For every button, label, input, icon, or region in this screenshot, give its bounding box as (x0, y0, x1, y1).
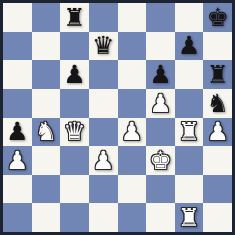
square-g2[interactable] (175, 175, 204, 204)
square-g7[interactable]: ♟ (175, 32, 204, 61)
square-f4[interactable] (146, 118, 175, 147)
piece-white-knight[interactable]: ♞ (35, 119, 57, 144)
square-e3[interactable] (118, 146, 147, 175)
square-g5[interactable] (175, 89, 204, 118)
square-h4[interactable]: ♟ (203, 118, 232, 147)
piece-black-pawn[interactable]: ♟ (149, 62, 171, 87)
piece-white-king[interactable]: ♚ (149, 148, 171, 173)
square-b2[interactable] (32, 175, 61, 204)
piece-white-pawn[interactable]: ♟ (206, 119, 228, 144)
square-f2[interactable] (146, 175, 175, 204)
square-c3[interactable] (60, 146, 89, 175)
piece-white-pawn[interactable]: ♟ (92, 148, 114, 173)
square-h3[interactable] (203, 146, 232, 175)
piece-black-rook[interactable]: ♜ (63, 5, 85, 30)
square-c5[interactable] (60, 89, 89, 118)
square-f7[interactable] (146, 32, 175, 61)
square-b4[interactable]: ♞ (32, 118, 61, 147)
square-a4[interactable]: ♟ (3, 118, 32, 147)
square-e4[interactable]: ♟ (118, 118, 147, 147)
square-c1[interactable] (60, 203, 89, 232)
square-b5[interactable] (32, 89, 61, 118)
square-a6[interactable] (3, 60, 32, 89)
square-a8[interactable] (3, 3, 32, 32)
square-b7[interactable] (32, 32, 61, 61)
square-g3[interactable] (175, 146, 204, 175)
square-b3[interactable] (32, 146, 61, 175)
piece-black-pawn[interactable]: ♟ (63, 62, 85, 87)
square-c4[interactable]: ♛ (60, 118, 89, 147)
square-e7[interactable] (118, 32, 147, 61)
piece-white-pawn[interactable]: ♟ (121, 119, 143, 144)
piece-white-rook[interactable]: ♜ (178, 205, 200, 230)
square-f6[interactable]: ♟ (146, 60, 175, 89)
piece-black-king[interactable]: ♚ (206, 5, 228, 30)
square-d7[interactable]: ♛ (89, 32, 118, 61)
square-b1[interactable] (32, 203, 61, 232)
square-e1[interactable] (118, 203, 147, 232)
piece-white-pawn[interactable]: ♟ (149, 91, 171, 116)
square-c7[interactable] (60, 32, 89, 61)
square-d1[interactable] (89, 203, 118, 232)
piece-black-pawn[interactable]: ♟ (178, 33, 200, 58)
piece-black-queen[interactable]: ♛ (92, 33, 114, 58)
square-e6[interactable] (118, 60, 147, 89)
square-f8[interactable] (146, 3, 175, 32)
square-a5[interactable] (3, 89, 32, 118)
square-g6[interactable] (175, 60, 204, 89)
square-c2[interactable] (60, 175, 89, 204)
square-h8[interactable]: ♚ (203, 3, 232, 32)
square-b6[interactable] (32, 60, 61, 89)
square-h5[interactable]: ♞ (203, 89, 232, 118)
square-h1[interactable] (203, 203, 232, 232)
piece-white-rook[interactable]: ♜ (178, 119, 200, 144)
square-e8[interactable] (118, 3, 147, 32)
square-a3[interactable]: ♟ (3, 146, 32, 175)
square-d4[interactable] (89, 118, 118, 147)
piece-black-knight[interactable]: ♞ (206, 91, 228, 116)
square-b8[interactable] (32, 3, 61, 32)
square-h6[interactable]: ♜ (203, 60, 232, 89)
square-g8[interactable] (175, 3, 204, 32)
square-a1[interactable] (3, 203, 32, 232)
square-d2[interactable] (89, 175, 118, 204)
square-f3[interactable]: ♚ (146, 146, 175, 175)
piece-white-pawn[interactable]: ♟ (6, 148, 28, 173)
piece-white-queen[interactable]: ♛ (63, 119, 85, 144)
square-d8[interactable] (89, 3, 118, 32)
square-f1[interactable] (146, 203, 175, 232)
piece-black-pawn[interactable]: ♟ (6, 119, 28, 144)
square-h2[interactable] (203, 175, 232, 204)
square-h7[interactable] (203, 32, 232, 61)
chess-board: ♜♚♛♟♟♟♜♟♞♟♞♛♟♜♟♟♟♚♜ (3, 3, 232, 232)
piece-black-rook[interactable]: ♜ (206, 62, 228, 87)
square-d6[interactable] (89, 60, 118, 89)
square-e5[interactable] (118, 89, 147, 118)
square-f5[interactable]: ♟ (146, 89, 175, 118)
square-d3[interactable]: ♟ (89, 146, 118, 175)
board-frame: ♜♚♛♟♟♟♜♟♞♟♞♛♟♜♟♟♟♚♜ (0, 0, 235, 235)
square-g1[interactable]: ♜ (175, 203, 204, 232)
square-a7[interactable] (3, 32, 32, 61)
square-g4[interactable]: ♜ (175, 118, 204, 147)
square-d5[interactable] (89, 89, 118, 118)
square-c8[interactable]: ♜ (60, 3, 89, 32)
square-e2[interactable] (118, 175, 147, 204)
square-a2[interactable] (3, 175, 32, 204)
square-c6[interactable]: ♟ (60, 60, 89, 89)
